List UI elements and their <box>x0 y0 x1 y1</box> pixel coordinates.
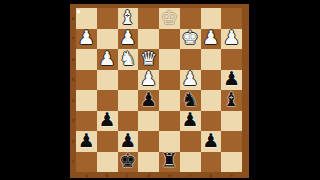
piece-white-knight-c6[interactable]: ♞ <box>118 48 139 69</box>
chess-board-frame: 87654321 abcdefgh ♝♟♟♚♟♟♟♞♛♟♟♟♟♞♝♟♟♟♟♟♚♜… <box>70 4 249 178</box>
piece-black-pawn-a2[interactable]: ♟ <box>76 130 97 151</box>
file-label-h: h <box>221 172 242 178</box>
piece-white-pawn-b6[interactable]: ♟ <box>97 48 118 69</box>
page-background: 87654321 abcdefgh ♝♟♟♚♟♟♟♞♛♟♟♟♟♞♝♟♟♟♟♟♚♜… <box>0 0 320 180</box>
piece-black-king-c1[interactable]: ♚ <box>118 151 139 172</box>
file-label-c: c <box>118 172 139 178</box>
file-label-b: b <box>97 172 118 178</box>
file-coordinate-labels: abcdefgh <box>76 172 242 178</box>
piece-black-pawn-h5[interactable]: ♟ <box>221 69 242 90</box>
file-label-d: d <box>138 172 159 178</box>
piece-layer: ♝♟♟♚♟♟♟♞♛♟♟♟♟♞♝♟♟♟♟♟♚♜♔ <box>76 8 242 172</box>
piece-black-bishop-h4[interactable]: ♝ <box>221 89 242 110</box>
piece-white-queen-d6[interactable]: ♛ <box>138 48 159 69</box>
corner-marker-dot <box>77 10 80 13</box>
file-label-g: g <box>201 172 222 178</box>
piece-black-pawn-b3[interactable]: ♟ <box>97 110 118 131</box>
file-label-e: e <box>159 172 180 178</box>
piece-white-bishop-c8[interactable]: ♝ <box>118 7 139 28</box>
piece-black-knight-f4[interactable]: ♞ <box>180 89 201 110</box>
ghost-piece-white-king-e8: ♔ <box>159 7 180 28</box>
file-label-a: a <box>76 172 97 178</box>
piece-white-king-f7[interactable]: ♚ <box>180 28 201 49</box>
piece-black-pawn-c2[interactable]: ♟ <box>118 130 139 151</box>
piece-black-pawn-d4[interactable]: ♟ <box>138 89 159 110</box>
piece-white-pawn-h7[interactable]: ♟ <box>221 28 242 49</box>
chess-board: ♝♟♟♚♟♟♟♞♛♟♟♟♟♞♝♟♟♟♟♟♚♜♔ <box>76 8 242 172</box>
piece-white-pawn-d5[interactable]: ♟ <box>138 69 159 90</box>
piece-black-pawn-f3[interactable]: ♟ <box>180 110 201 131</box>
piece-white-pawn-c7[interactable]: ♟ <box>118 28 139 49</box>
piece-white-pawn-g7[interactable]: ♟ <box>201 28 222 49</box>
file-label-f: f <box>180 172 201 178</box>
piece-white-pawn-a7[interactable]: ♟ <box>76 28 97 49</box>
piece-black-rook-e1[interactable]: ♜ <box>159 151 180 172</box>
piece-white-pawn-f5[interactable]: ♟ <box>180 69 201 90</box>
piece-black-pawn-g2[interactable]: ♟ <box>201 130 222 151</box>
